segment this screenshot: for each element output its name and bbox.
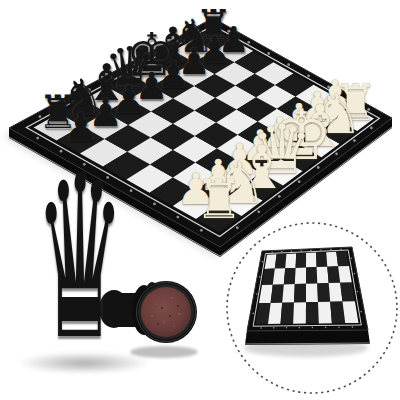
main-board-rivet: [200, 229, 203, 232]
fold-board-square: [282, 284, 295, 303]
main-board-rivet: [298, 180, 301, 183]
fold-board-rivet: [320, 249, 322, 251]
fold-board-square: [296, 253, 307, 268]
main-board-rivet: [88, 88, 91, 91]
fold-board-square: [317, 283, 330, 302]
main-board-rivet: [155, 52, 158, 55]
fold-board-rivet: [260, 327, 262, 329]
fold-board-rivet: [310, 250, 312, 252]
fold-board-square: [317, 267, 329, 284]
main-board-rivet: [347, 97, 350, 100]
fold-board-square: [306, 284, 318, 303]
board-render: [0, 0, 400, 400]
fold-board-rivet: [330, 249, 332, 251]
main-board-rivet: [196, 29, 199, 32]
fold-board-rivet: [286, 327, 288, 329]
main-board-rivet: [267, 52, 270, 55]
fold-board-square: [295, 268, 306, 285]
fold-board-rivet: [352, 326, 354, 328]
fold-board-square: [318, 302, 332, 324]
fold-board-square: [306, 253, 317, 268]
main-board-rivet: [287, 63, 290, 66]
fold-board-rivet: [273, 327, 275, 329]
fold-board-rivet: [271, 251, 273, 253]
main-board-rivet: [335, 152, 338, 155]
main-board-rivet: [39, 115, 42, 118]
fold-board-square: [273, 268, 285, 285]
fold-board-square: [294, 284, 306, 303]
fold-board-rivet: [340, 248, 342, 250]
fold-board-square: [281, 303, 295, 324]
fold-board-square: [293, 302, 306, 323]
fold-board-rivet: [281, 251, 283, 253]
main-board-rivet: [247, 41, 250, 44]
fold-board-square: [326, 252, 338, 267]
fold-board-square: [306, 267, 317, 284]
main-board-rivet: [278, 195, 281, 198]
fold-board-rivet: [353, 273, 355, 275]
main-board-rivet: [176, 40, 179, 43]
fold-board-rivet: [256, 293, 258, 295]
main-board-rivet: [227, 30, 230, 33]
product-photo[interactable]: ♜♞♝♛♚♝♞♜♟♟♟♟♟♟♟♟♟♟♟♟♟♟♟♟♜♞♝♛♚♝♞♜: [0, 0, 400, 400]
fold-board-square: [275, 254, 287, 269]
folded-board: [244, 247, 370, 357]
main-board-rivet: [106, 176, 109, 179]
fold-board-rivet: [325, 327, 327, 329]
fold-board-square: [284, 268, 296, 285]
fold-board-rivet: [300, 250, 302, 252]
main-board-rivet: [176, 216, 179, 219]
main-board-rivet: [36, 137, 39, 140]
main-board-rivet: [327, 86, 330, 89]
main-board-rivet: [153, 202, 156, 205]
main-board-rivet: [64, 101, 67, 104]
main-board-rivet: [60, 150, 63, 153]
main-board-rivet: [367, 108, 370, 111]
main-board-rivet: [130, 189, 133, 192]
fold-board-rivet: [262, 261, 264, 263]
fold-board-square: [316, 252, 327, 267]
main-board-rivet: [353, 139, 356, 142]
fold-board-rivet: [252, 313, 254, 315]
fold-board-rivet: [259, 276, 261, 278]
fold-board-square: [327, 266, 340, 283]
fold-board-rivet: [338, 326, 340, 328]
fold-board-rivet: [312, 327, 314, 329]
fold-board-rivet: [291, 251, 293, 253]
main-board-rivet: [370, 126, 373, 129]
main-board-rivet: [317, 166, 320, 169]
main-board-rivet: [83, 163, 86, 166]
fold-board-square: [306, 302, 319, 324]
fold-board-rivet: [357, 291, 359, 293]
fold-board-square: [271, 284, 284, 303]
fold-board-rivet: [299, 327, 301, 329]
main-board-rivet: [236, 226, 239, 229]
fold-board-square: [329, 283, 343, 302]
main-chess-board: [4, 18, 392, 257]
main-board-rivet: [257, 210, 260, 213]
main-board-rivet: [134, 63, 137, 66]
fold-board-square: [285, 254, 296, 269]
fold-board-rivet: [351, 257, 353, 259]
main-board-rivet: [111, 76, 114, 79]
main-board-rivet: [307, 74, 310, 77]
fold-board-rivet: [360, 311, 362, 313]
